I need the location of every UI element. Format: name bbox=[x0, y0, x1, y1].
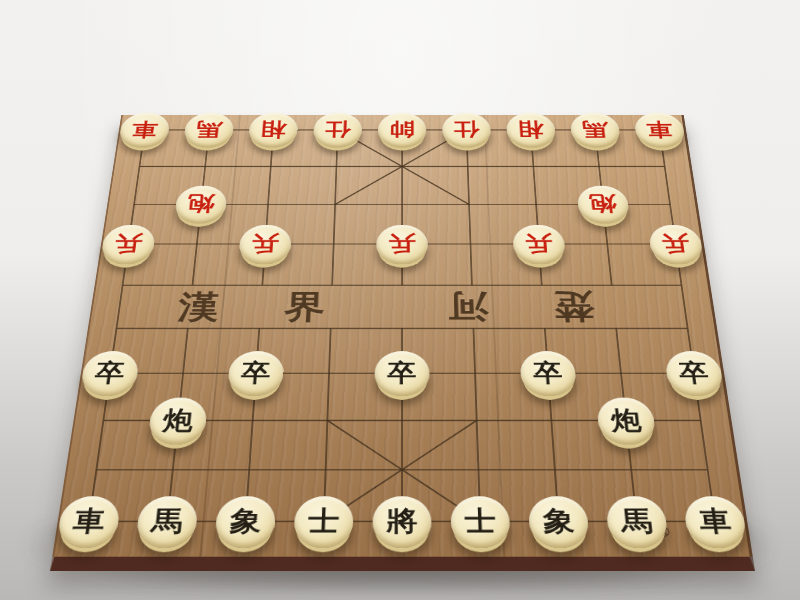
piece-character: 將 bbox=[386, 507, 417, 534]
piece-character: 馬 bbox=[195, 120, 223, 139]
piece-red-chariot[interactable]: 車 bbox=[118, 113, 171, 148]
piece-character: 炮 bbox=[162, 407, 195, 432]
piece-black-advisor[interactable]: 士 bbox=[293, 496, 354, 548]
piece-black-elephant[interactable]: 象 bbox=[528, 496, 590, 548]
piece-character: 兵 bbox=[388, 233, 416, 254]
piece-character: 車 bbox=[697, 507, 732, 534]
piece-black-horse[interactable]: 馬 bbox=[135, 496, 199, 548]
piece-red-chariot[interactable]: 車 bbox=[633, 113, 686, 148]
piece-red-advisor[interactable]: 仕 bbox=[442, 113, 492, 148]
piece-character: 帥 bbox=[389, 120, 415, 139]
piece-red-horse[interactable]: 馬 bbox=[569, 113, 621, 148]
piece-character: 車 bbox=[130, 120, 158, 139]
piece-character: 卒 bbox=[387, 361, 416, 385]
piece-red-soldier[interactable]: 兵 bbox=[648, 224, 705, 263]
piece-character: 車 bbox=[645, 120, 673, 139]
piece-character: 相 bbox=[517, 120, 544, 139]
piece-red-horse[interactable]: 馬 bbox=[183, 113, 235, 148]
backdrop: 漢 界 河 楚 御聖® 車馬相仕帥仕相馬車炮炮兵兵兵兵兵卒卒卒卒卒炮炮車馬象士將… bbox=[0, 0, 800, 600]
piece-red-cannon[interactable]: 炮 bbox=[576, 186, 630, 224]
piece-red-soldier[interactable]: 兵 bbox=[376, 224, 428, 263]
piece-red-elephant[interactable]: 相 bbox=[506, 113, 557, 148]
piece-red-general[interactable]: 帥 bbox=[378, 113, 427, 148]
piece-character: 炮 bbox=[610, 407, 643, 432]
piece-black-soldier[interactable]: 卒 bbox=[664, 351, 725, 396]
piece-character: 兵 bbox=[661, 233, 691, 254]
piece-character: 車 bbox=[71, 507, 106, 534]
piece-red-elephant[interactable]: 相 bbox=[248, 113, 299, 148]
piece-black-soldier[interactable]: 卒 bbox=[79, 351, 140, 396]
piece-character: 兵 bbox=[251, 233, 280, 254]
piece-red-advisor[interactable]: 仕 bbox=[313, 113, 363, 148]
piece-character: 兵 bbox=[113, 233, 143, 254]
piece-red-soldier[interactable]: 兵 bbox=[238, 224, 292, 263]
piece-character: 炮 bbox=[589, 194, 618, 214]
piece-character: 仕 bbox=[324, 120, 350, 139]
piece-character: 象 bbox=[542, 507, 575, 534]
pieces-layer: 車馬相仕帥仕相馬車炮炮兵兵兵兵兵卒卒卒卒卒炮炮車馬象士將士象馬車 bbox=[54, 115, 750, 557]
piece-black-cannon[interactable]: 炮 bbox=[596, 397, 657, 444]
piece-character: 象 bbox=[229, 507, 262, 534]
piece-black-horse[interactable]: 馬 bbox=[605, 496, 669, 548]
piece-character: 卒 bbox=[678, 361, 711, 385]
piece-black-cannon[interactable]: 炮 bbox=[147, 397, 208, 444]
piece-character: 卒 bbox=[533, 361, 564, 385]
piece-character: 馬 bbox=[620, 507, 654, 534]
piece-black-general[interactable]: 將 bbox=[372, 496, 431, 548]
piece-character: 兵 bbox=[524, 233, 553, 254]
piece-black-soldier[interactable]: 卒 bbox=[227, 351, 285, 396]
piece-character: 卒 bbox=[241, 361, 272, 385]
piece-character: 馬 bbox=[581, 120, 609, 139]
piece-character: 士 bbox=[464, 507, 496, 534]
piece-red-soldier[interactable]: 兵 bbox=[100, 224, 157, 263]
piece-black-soldier[interactable]: 卒 bbox=[519, 351, 577, 396]
piece-character: 仕 bbox=[453, 120, 479, 139]
piece-black-chariot[interactable]: 車 bbox=[56, 496, 122, 548]
piece-character: 馬 bbox=[150, 507, 184, 534]
piece-character: 相 bbox=[260, 120, 287, 139]
xiangqi-board: 漢 界 河 楚 御聖® 車馬相仕帥仕相馬車炮炮兵兵兵兵兵卒卒卒卒卒炮炮車馬象士將… bbox=[50, 115, 755, 571]
piece-black-elephant[interactable]: 象 bbox=[214, 496, 276, 548]
piece-red-cannon[interactable]: 炮 bbox=[174, 186, 228, 224]
piece-black-chariot[interactable]: 車 bbox=[682, 496, 748, 548]
piece-black-advisor[interactable]: 士 bbox=[450, 496, 511, 548]
piece-black-soldier[interactable]: 卒 bbox=[374, 351, 429, 396]
piece-red-soldier[interactable]: 兵 bbox=[512, 224, 566, 263]
piece-character: 炮 bbox=[187, 194, 216, 214]
piece-character: 士 bbox=[308, 507, 340, 534]
piece-character: 卒 bbox=[94, 361, 127, 385]
